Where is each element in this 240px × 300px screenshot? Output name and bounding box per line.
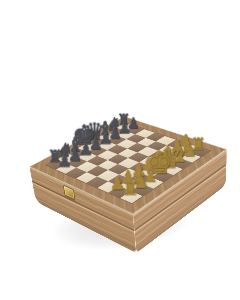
black-pawn: ♟ bbox=[44, 153, 85, 169]
scene: ♜♟♟♜♞♟♟♞♝♟♟♝♛♟♟♛♚♟♟♚♝♟♟♝♞♟♟♞♜♟♟♜ bbox=[0, 0, 240, 300]
chess-box: ♜♟♟♜♞♟♟♞♝♟♟♝♛♟♟♛♚♟♟♚♝♟♟♝♞♟♟♞♜♟♟♜ bbox=[29, 116, 226, 214]
square-h1: ♜ bbox=[120, 191, 143, 203]
product-photo: ♜♟♟♜♞♟♟♞♝♟♟♝♛♟♟♛♚♟♟♚♝♟♟♝♞♟♟♞♜♟♟♜ bbox=[0, 0, 240, 300]
white-rook: ♜ bbox=[107, 179, 152, 198]
